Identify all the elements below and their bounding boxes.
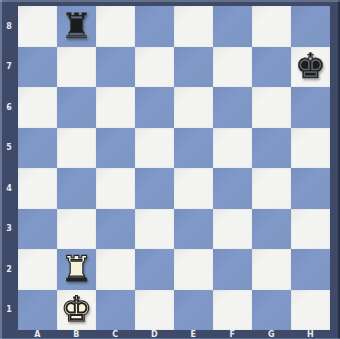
square-a6[interactable]: [18, 87, 57, 128]
piece-black-king[interactable]: ♚: [291, 47, 330, 88]
file-label-c: C: [96, 330, 135, 339]
rank-label-3: 3: [0, 209, 18, 250]
file-label-g: G: [252, 330, 291, 339]
square-f5[interactable]: [213, 128, 252, 169]
rank-label-2: 2: [0, 249, 18, 290]
square-e1[interactable]: [174, 290, 213, 331]
square-f2[interactable]: [213, 249, 252, 290]
square-a5[interactable]: [18, 128, 57, 169]
square-a1[interactable]: [18, 290, 57, 331]
square-a3[interactable]: [18, 209, 57, 250]
rank-labels: 87654321: [0, 6, 18, 330]
file-label-f: F: [213, 330, 252, 339]
square-c8[interactable]: [96, 6, 135, 47]
square-e5[interactable]: [174, 128, 213, 169]
square-d7[interactable]: [135, 47, 174, 88]
square-b3[interactable]: [57, 209, 96, 250]
square-d8[interactable]: [135, 6, 174, 47]
rank-label-8: 8: [0, 6, 18, 47]
square-d1[interactable]: [135, 290, 174, 331]
rank-label-1: 1: [0, 290, 18, 331]
square-g3[interactable]: [252, 209, 291, 250]
square-h5[interactable]: [291, 128, 330, 169]
square-h7[interactable]: ♚: [291, 47, 330, 88]
rank-label-4: 4: [0, 168, 18, 209]
chess-board: ♜♚♜♚: [18, 6, 330, 330]
square-a7[interactable]: [18, 47, 57, 88]
rank-label-5: 5: [0, 128, 18, 169]
file-label-a: A: [18, 330, 57, 339]
square-f4[interactable]: [213, 168, 252, 209]
square-e6[interactable]: [174, 87, 213, 128]
square-a2[interactable]: [18, 249, 57, 290]
piece-black-rook[interactable]: ♜: [57, 6, 96, 47]
file-label-h: H: [291, 330, 330, 339]
file-labels: ABCDEFGH: [18, 330, 330, 339]
square-e2[interactable]: [174, 249, 213, 290]
square-g4[interactable]: [252, 168, 291, 209]
chess-board-frame: 87654321 ABCDEFGH ♜♚♜♚: [0, 0, 340, 339]
square-h6[interactable]: [291, 87, 330, 128]
square-d6[interactable]: [135, 87, 174, 128]
square-b5[interactable]: [57, 128, 96, 169]
square-h3[interactable]: [291, 209, 330, 250]
square-g2[interactable]: [252, 249, 291, 290]
square-h1[interactable]: [291, 290, 330, 331]
square-b2[interactable]: ♜: [57, 249, 96, 290]
square-c1[interactable]: [96, 290, 135, 331]
square-g7[interactable]: [252, 47, 291, 88]
piece-white-king[interactable]: ♚: [57, 290, 96, 331]
square-e8[interactable]: [174, 6, 213, 47]
square-d2[interactable]: [135, 249, 174, 290]
rank-label-6: 6: [0, 87, 18, 128]
square-f1[interactable]: [213, 290, 252, 331]
square-f6[interactable]: [213, 87, 252, 128]
square-c6[interactable]: [96, 87, 135, 128]
square-d4[interactable]: [135, 168, 174, 209]
square-g6[interactable]: [252, 87, 291, 128]
square-f7[interactable]: [213, 47, 252, 88]
square-d5[interactable]: [135, 128, 174, 169]
rank-label-7: 7: [0, 47, 18, 88]
square-b8[interactable]: ♜: [57, 6, 96, 47]
square-c2[interactable]: [96, 249, 135, 290]
square-g5[interactable]: [252, 128, 291, 169]
square-d3[interactable]: [135, 209, 174, 250]
square-c4[interactable]: [96, 168, 135, 209]
square-e7[interactable]: [174, 47, 213, 88]
square-f3[interactable]: [213, 209, 252, 250]
square-b7[interactable]: [57, 47, 96, 88]
square-b6[interactable]: [57, 87, 96, 128]
square-h4[interactable]: [291, 168, 330, 209]
piece-white-rook[interactable]: ♜: [57, 249, 96, 290]
file-label-e: E: [174, 330, 213, 339]
square-c5[interactable]: [96, 128, 135, 169]
square-a8[interactable]: [18, 6, 57, 47]
square-h8[interactable]: [291, 6, 330, 47]
file-label-d: D: [135, 330, 174, 339]
square-c7[interactable]: [96, 47, 135, 88]
square-h2[interactable]: [291, 249, 330, 290]
square-f8[interactable]: [213, 6, 252, 47]
square-b4[interactable]: [57, 168, 96, 209]
square-g8[interactable]: [252, 6, 291, 47]
square-b1[interactable]: ♚: [57, 290, 96, 331]
square-e3[interactable]: [174, 209, 213, 250]
file-label-b: B: [57, 330, 96, 339]
square-g1[interactable]: [252, 290, 291, 331]
square-e4[interactable]: [174, 168, 213, 209]
square-a4[interactable]: [18, 168, 57, 209]
square-c3[interactable]: [96, 209, 135, 250]
